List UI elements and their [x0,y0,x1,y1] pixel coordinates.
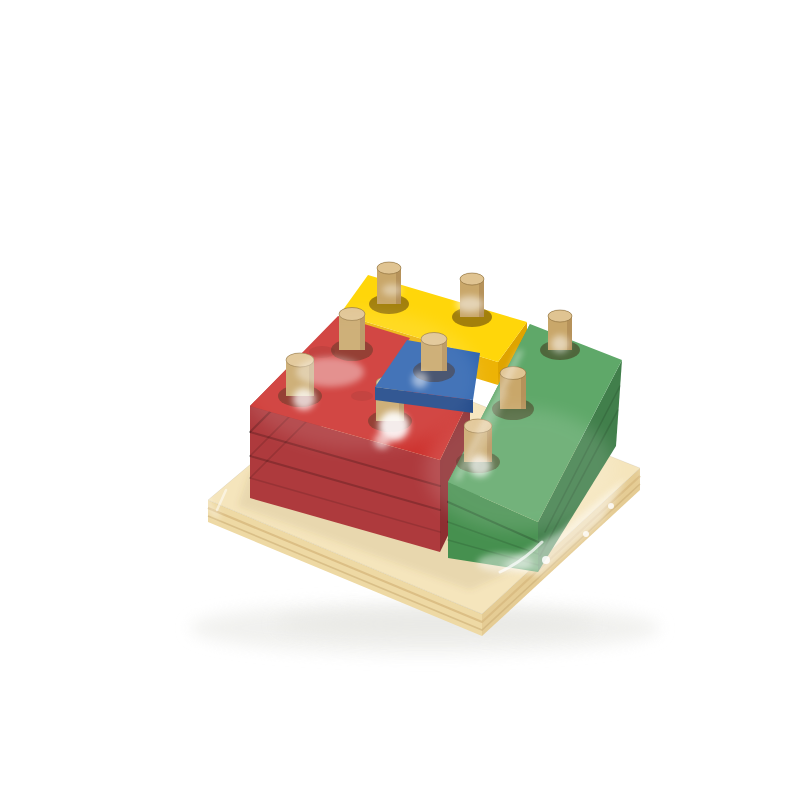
toy-illustration [0,0,800,800]
product-photo [0,0,800,800]
